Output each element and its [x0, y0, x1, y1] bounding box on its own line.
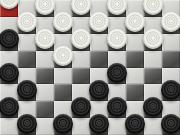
board-square — [36, 84, 54, 101]
board-square[interactable] — [72, 101, 90, 118]
black-piece[interactable] — [143, 97, 163, 117]
board-square[interactable] — [36, 0, 54, 17]
board-square — [72, 51, 90, 68]
board-square[interactable] — [108, 0, 126, 17]
board-square[interactable] — [162, 51, 180, 68]
board-square[interactable] — [72, 34, 90, 51]
black-piece[interactable] — [0, 63, 19, 83]
board-square — [18, 34, 36, 51]
board-square[interactable] — [36, 68, 54, 85]
board-square — [54, 68, 72, 85]
board-square[interactable] — [162, 84, 180, 101]
board-square — [36, 51, 54, 68]
board-square[interactable] — [0, 34, 18, 51]
board-square[interactable] — [162, 118, 180, 135]
board-square[interactable] — [18, 51, 36, 68]
black-piece[interactable] — [89, 114, 109, 134]
white-piece[interactable] — [35, 0, 55, 15]
white-piece[interactable] — [53, 46, 73, 66]
board-square[interactable] — [108, 101, 126, 118]
black-piece[interactable] — [125, 114, 145, 134]
board-square[interactable] — [162, 17, 180, 34]
board-square — [72, 118, 90, 135]
white-piece[interactable] — [143, 29, 163, 49]
board-square[interactable] — [36, 34, 54, 51]
selected-white-piece[interactable] — [0, 0, 19, 9]
black-piece[interactable] — [0, 29, 19, 49]
board-square[interactable] — [18, 84, 36, 101]
board-square[interactable] — [72, 68, 90, 85]
white-piece[interactable] — [71, 29, 91, 49]
board-square[interactable] — [0, 68, 18, 85]
board-square[interactable] — [108, 68, 126, 85]
board-square — [36, 118, 54, 135]
white-piece[interactable] — [107, 29, 127, 49]
white-piece[interactable] — [89, 12, 109, 32]
board-square[interactable] — [144, 34, 162, 51]
black-piece[interactable] — [17, 114, 37, 134]
black-piece[interactable] — [89, 80, 109, 100]
board-square[interactable] — [144, 68, 162, 85]
board-square[interactable] — [54, 51, 72, 68]
black-piece[interactable] — [0, 97, 19, 117]
board-square[interactable] — [72, 0, 90, 17]
board-square[interactable] — [54, 84, 72, 101]
board-square[interactable] — [108, 34, 126, 51]
board-square — [162, 34, 180, 51]
board-square[interactable] — [144, 0, 162, 17]
board-square[interactable] — [126, 84, 144, 101]
white-piece[interactable] — [143, 0, 163, 15]
black-piece[interactable] — [71, 97, 91, 117]
game-screenshot — [0, 0, 180, 135]
board-square[interactable] — [144, 101, 162, 118]
board-square — [90, 34, 108, 51]
board-square[interactable] — [54, 17, 72, 34]
board-square — [0, 118, 18, 135]
board-square[interactable] — [0, 101, 18, 118]
white-piece[interactable] — [17, 12, 37, 32]
white-piece[interactable] — [35, 29, 55, 49]
board-square — [126, 34, 144, 51]
black-piece[interactable] — [17, 80, 37, 100]
board-square[interactable] — [90, 84, 108, 101]
white-piece[interactable] — [107, 0, 127, 15]
board-square[interactable] — [54, 118, 72, 135]
white-piece[interactable] — [53, 12, 73, 32]
board-square[interactable] — [90, 51, 108, 68]
board-square — [126, 68, 144, 85]
black-piece[interactable] — [161, 114, 180, 134]
board-square[interactable] — [18, 17, 36, 34]
white-piece[interactable] — [71, 0, 91, 15]
board-square[interactable] — [126, 17, 144, 34]
board-square[interactable] — [126, 51, 144, 68]
checkers-board — [0, 0, 180, 135]
board-square[interactable] — [90, 17, 108, 34]
black-piece[interactable] — [107, 63, 127, 83]
black-piece[interactable] — [161, 80, 180, 100]
board-square[interactable] — [36, 101, 54, 118]
highlighted-square[interactable] — [0, 0, 18, 17]
board-square — [144, 51, 162, 68]
board-square[interactable] — [126, 118, 144, 135]
board-square[interactable] — [18, 118, 36, 135]
white-piece[interactable] — [161, 12, 180, 32]
black-piece[interactable] — [53, 114, 73, 134]
black-piece[interactable] — [107, 97, 127, 117]
board-square — [108, 118, 126, 135]
board-square[interactable] — [90, 118, 108, 135]
white-piece[interactable] — [125, 12, 145, 32]
board-square — [144, 118, 162, 135]
